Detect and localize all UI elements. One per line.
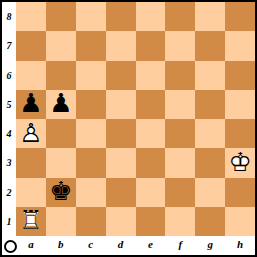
square-d6[interactable] — [106, 61, 136, 90]
square-h3[interactable]: ♚♔ — [225, 148, 255, 177]
square-b7[interactable] — [46, 31, 76, 60]
chess-board[interactable]: ♟♟♟♙♚♔♚♜♖ — [16, 2, 255, 236]
white-to-move-indicator — [4, 240, 17, 253]
square-c8[interactable] — [76, 2, 106, 31]
square-h6[interactable] — [225, 61, 255, 90]
file-label-c: c — [76, 236, 106, 255]
diagram-layout: 87654321 ♟♟♟♙♚♔♚♜♖ abcdefgh — [2, 2, 255, 255]
square-f4[interactable] — [165, 119, 195, 148]
black-king-icon: ♚ — [49, 179, 72, 205]
white-king-icon: ♔ — [228, 149, 251, 175]
square-d4[interactable] — [106, 119, 136, 148]
square-d7[interactable] — [106, 31, 136, 60]
square-h5[interactable] — [225, 90, 255, 119]
square-g5[interactable] — [195, 90, 225, 119]
square-a8[interactable] — [16, 2, 46, 31]
white-pawn-icon: ♙ — [19, 120, 42, 146]
square-f8[interactable] — [165, 2, 195, 31]
rank-label-1: 1 — [2, 207, 16, 236]
square-b5[interactable]: ♟ — [46, 90, 76, 119]
square-g4[interactable] — [195, 119, 225, 148]
square-a7[interactable] — [16, 31, 46, 60]
rank-label-5: 5 — [2, 90, 16, 119]
square-e5[interactable] — [136, 90, 166, 119]
file-label-b: b — [46, 236, 76, 255]
white-rook-icon: ♖ — [19, 208, 42, 234]
rank-label-8: 8 — [2, 2, 16, 31]
square-b4[interactable] — [46, 119, 76, 148]
square-a2[interactable] — [16, 178, 46, 207]
rank-label-4: 4 — [2, 119, 16, 148]
square-f7[interactable] — [165, 31, 195, 60]
file-label-g: g — [195, 236, 225, 255]
square-g8[interactable] — [195, 2, 225, 31]
square-d3[interactable] — [106, 148, 136, 177]
square-a5[interactable]: ♟ — [16, 90, 46, 119]
black-pawn-icon: ♟ — [19, 91, 42, 117]
square-b2[interactable]: ♚ — [46, 178, 76, 207]
square-d8[interactable] — [106, 2, 136, 31]
square-e2[interactable] — [136, 178, 166, 207]
square-b6[interactable] — [46, 61, 76, 90]
white-pawn-a4[interactable]: ♟♙ — [16, 119, 46, 148]
square-h8[interactable] — [225, 2, 255, 31]
black-pawn-icon: ♟ — [49, 91, 72, 117]
square-c5[interactable] — [76, 90, 106, 119]
square-d1[interactable] — [106, 207, 136, 236]
square-a3[interactable] — [16, 148, 46, 177]
square-d5[interactable] — [106, 90, 136, 119]
black-pawn-b5[interactable]: ♟ — [46, 90, 76, 119]
white-king-h3[interactable]: ♚♔ — [225, 148, 255, 177]
square-e6[interactable] — [136, 61, 166, 90]
square-g1[interactable] — [195, 207, 225, 236]
square-h1[interactable] — [225, 207, 255, 236]
square-e4[interactable] — [136, 119, 166, 148]
rank-label-7: 7 — [2, 31, 16, 60]
white-rook-a1[interactable]: ♜♖ — [16, 207, 46, 236]
file-labels: abcdefgh — [16, 236, 255, 255]
square-d2[interactable] — [106, 178, 136, 207]
square-f6[interactable] — [165, 61, 195, 90]
square-a1[interactable]: ♜♖ — [16, 207, 46, 236]
square-e1[interactable] — [136, 207, 166, 236]
file-label-d: d — [106, 236, 136, 255]
rank-label-3: 3 — [2, 148, 16, 177]
file-label-a: a — [16, 236, 46, 255]
square-c1[interactable] — [76, 207, 106, 236]
square-f1[interactable] — [165, 207, 195, 236]
square-g6[interactable] — [195, 61, 225, 90]
chess-diagram: 87654321 ♟♟♟♙♚♔♚♜♖ abcdefgh — [0, 0, 257, 257]
square-h4[interactable] — [225, 119, 255, 148]
square-e3[interactable] — [136, 148, 166, 177]
square-c4[interactable] — [76, 119, 106, 148]
square-h7[interactable] — [225, 31, 255, 60]
square-c2[interactable] — [76, 178, 106, 207]
square-a4[interactable]: ♟♙ — [16, 119, 46, 148]
square-a6[interactable] — [16, 61, 46, 90]
square-b1[interactable] — [46, 207, 76, 236]
square-g2[interactable] — [195, 178, 225, 207]
rank-label-6: 6 — [2, 61, 16, 90]
square-c3[interactable] — [76, 148, 106, 177]
rank-labels: 87654321 — [2, 2, 16, 236]
rank-label-2: 2 — [2, 178, 16, 207]
square-b3[interactable] — [46, 148, 76, 177]
square-f2[interactable] — [165, 178, 195, 207]
file-label-f: f — [165, 236, 195, 255]
square-b8[interactable] — [46, 2, 76, 31]
file-label-e: e — [136, 236, 166, 255]
square-g7[interactable] — [195, 31, 225, 60]
square-g3[interactable] — [195, 148, 225, 177]
file-label-h: h — [225, 236, 255, 255]
square-h2[interactable] — [225, 178, 255, 207]
square-c6[interactable] — [76, 61, 106, 90]
black-pawn-a5[interactable]: ♟ — [16, 90, 46, 119]
square-f3[interactable] — [165, 148, 195, 177]
square-f5[interactable] — [165, 90, 195, 119]
square-e8[interactable] — [136, 2, 166, 31]
square-e7[interactable] — [136, 31, 166, 60]
square-c7[interactable] — [76, 31, 106, 60]
black-king-b2[interactable]: ♚ — [46, 178, 76, 207]
